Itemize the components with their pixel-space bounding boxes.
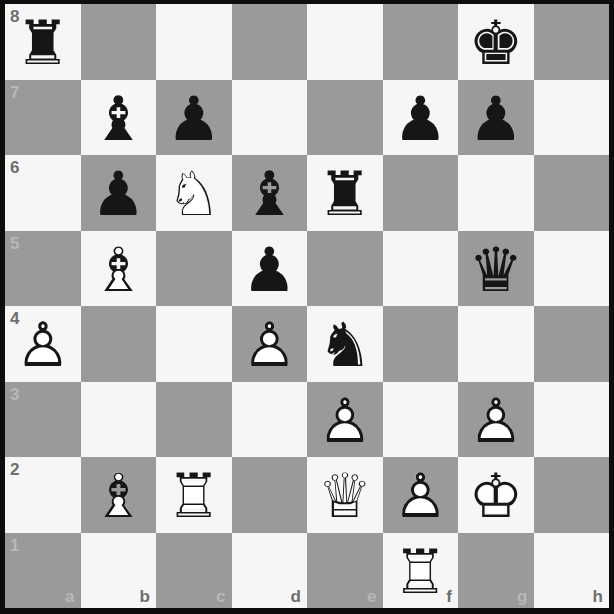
square-f6[interactable] (383, 155, 459, 231)
white-knight-c6[interactable]: ♞♘ (156, 155, 232, 231)
white-rook-outline-glyph: ♖ (156, 457, 232, 533)
rank-label-2: 2 (10, 461, 19, 478)
white-rook-outline-glyph: ♖ (383, 533, 459, 609)
square-a6[interactable]: 6 (5, 155, 81, 231)
square-c4[interactable] (156, 306, 232, 382)
square-g6[interactable] (458, 155, 534, 231)
square-h4[interactable] (534, 306, 610, 382)
square-f5[interactable] (383, 231, 459, 307)
square-f7[interactable]: ♟ (383, 80, 459, 156)
square-b6[interactable]: ♟ (81, 155, 157, 231)
square-c6[interactable]: ♞♘ (156, 155, 232, 231)
chess-board: 8♜♚7♝♟♟♟6♟♞♘♝♜5♝♗♟♛4♟♙♟♙♞3♟♙♟♙2♝♗♜♖♛♕♟♙♚… (5, 4, 609, 608)
file-label-b: b (140, 588, 150, 605)
white-pawn-a4[interactable]: ♟♙ (5, 306, 81, 382)
square-e2[interactable]: ♛♕ (307, 457, 383, 533)
square-h2[interactable] (534, 457, 610, 533)
square-e5[interactable] (307, 231, 383, 307)
file-label-e: e (367, 588, 376, 605)
file-label-h: h (593, 588, 603, 605)
white-pawn-outline-glyph: ♙ (458, 382, 534, 458)
square-g5[interactable]: ♛ (458, 231, 534, 307)
square-g4[interactable] (458, 306, 534, 382)
square-d8[interactable] (232, 4, 308, 80)
black-rook-glyph: ♜ (307, 155, 383, 231)
rank-label-5: 5 (10, 235, 19, 252)
black-pawn-glyph: ♟ (81, 155, 157, 231)
square-e3[interactable]: ♟♙ (307, 382, 383, 458)
black-pawn-g7[interactable]: ♟ (458, 80, 534, 156)
square-h3[interactable] (534, 382, 610, 458)
black-pawn-d5[interactable]: ♟ (232, 231, 308, 307)
white-bishop-b2[interactable]: ♝♗ (81, 457, 157, 533)
square-d5[interactable]: ♟ (232, 231, 308, 307)
black-bishop-b7[interactable]: ♝ (81, 80, 157, 156)
square-a1[interactable]: 1a (5, 533, 81, 609)
square-c1[interactable]: c (156, 533, 232, 609)
white-pawn-outline-glyph: ♙ (5, 306, 81, 382)
square-b5[interactable]: ♝♗ (81, 231, 157, 307)
white-pawn-d4[interactable]: ♟♙ (232, 306, 308, 382)
white-bishop-outline-glyph: ♗ (81, 457, 157, 533)
white-king-outline-glyph: ♔ (458, 457, 534, 533)
square-f2[interactable]: ♟♙ (383, 457, 459, 533)
square-c5[interactable] (156, 231, 232, 307)
square-g1[interactable]: g (458, 533, 534, 609)
black-queen-g5[interactable]: ♛ (458, 231, 534, 307)
square-h8[interactable] (534, 4, 610, 80)
black-bishop-d6[interactable]: ♝ (232, 155, 308, 231)
square-a8[interactable]: 8♜ (5, 4, 81, 80)
square-c2[interactable]: ♜♖ (156, 457, 232, 533)
rank-label-3: 3 (10, 386, 19, 403)
square-g7[interactable]: ♟ (458, 80, 534, 156)
file-label-a: a (65, 588, 74, 605)
black-king-g8[interactable]: ♚ (458, 4, 534, 80)
black-knight-e4[interactable]: ♞ (307, 306, 383, 382)
square-b3[interactable] (81, 382, 157, 458)
black-rook-e6[interactable]: ♜ (307, 155, 383, 231)
black-pawn-f7[interactable]: ♟ (383, 80, 459, 156)
black-pawn-glyph: ♟ (156, 80, 232, 156)
black-pawn-glyph: ♟ (458, 80, 534, 156)
square-d3[interactable] (232, 382, 308, 458)
white-queen-outline-glyph: ♕ (307, 457, 383, 533)
square-h1[interactable]: h (534, 533, 610, 609)
square-c8[interactable] (156, 4, 232, 80)
square-a5[interactable]: 5 (5, 231, 81, 307)
white-pawn-outline-glyph: ♙ (307, 382, 383, 458)
black-pawn-c7[interactable]: ♟ (156, 80, 232, 156)
black-king-glyph: ♚ (458, 4, 534, 80)
square-h6[interactable] (534, 155, 610, 231)
square-e6[interactable]: ♜ (307, 155, 383, 231)
square-f3[interactable] (383, 382, 459, 458)
square-d7[interactable] (232, 80, 308, 156)
white-king-g2[interactable]: ♚♔ (458, 457, 534, 533)
white-queen-e2[interactable]: ♛♕ (307, 457, 383, 533)
square-f8[interactable] (383, 4, 459, 80)
square-a4[interactable]: 4♟♙ (5, 306, 81, 382)
square-c3[interactable] (156, 382, 232, 458)
white-pawn-outline-glyph: ♙ (232, 306, 308, 382)
square-e7[interactable] (307, 80, 383, 156)
rank-label-7: 7 (10, 84, 19, 101)
white-pawn-e3[interactable]: ♟♙ (307, 382, 383, 458)
white-knight-outline-glyph: ♘ (156, 155, 232, 231)
black-knight-glyph: ♞ (307, 306, 383, 382)
square-b8[interactable] (81, 4, 157, 80)
black-pawn-glyph: ♟ (232, 231, 308, 307)
square-b4[interactable] (81, 306, 157, 382)
white-rook-c2[interactable]: ♜♖ (156, 457, 232, 533)
white-bishop-outline-glyph: ♗ (81, 231, 157, 307)
file-label-c: c (216, 588, 225, 605)
square-e1[interactable]: e (307, 533, 383, 609)
square-b7[interactable]: ♝ (81, 80, 157, 156)
square-a2[interactable]: 2 (5, 457, 81, 533)
square-d2[interactable] (232, 457, 308, 533)
square-a3[interactable]: 3 (5, 382, 81, 458)
white-bishop-b5[interactable]: ♝♗ (81, 231, 157, 307)
square-a7[interactable]: 7 (5, 80, 81, 156)
square-d4[interactable]: ♟♙ (232, 306, 308, 382)
black-bishop-glyph: ♝ (81, 80, 157, 156)
square-h5[interactable] (534, 231, 610, 307)
white-rook-f1[interactable]: ♜♖ (383, 533, 459, 609)
square-d1[interactable]: d (232, 533, 308, 609)
white-pawn-g3[interactable]: ♟♙ (458, 382, 534, 458)
square-e4[interactable]: ♞ (307, 306, 383, 382)
square-g8[interactable]: ♚ (458, 4, 534, 80)
square-g2[interactable]: ♚♔ (458, 457, 534, 533)
square-c7[interactable]: ♟ (156, 80, 232, 156)
rank-label-1: 1 (10, 537, 19, 554)
black-pawn-glyph: ♟ (383, 80, 459, 156)
rank-label-6: 6 (10, 159, 19, 176)
white-pawn-outline-glyph: ♙ (383, 457, 459, 533)
square-b2[interactable]: ♝♗ (81, 457, 157, 533)
black-rook-a8[interactable]: ♜ (5, 4, 81, 80)
black-rook-glyph: ♜ (5, 4, 81, 80)
black-queen-glyph: ♛ (458, 231, 534, 307)
square-g3[interactable]: ♟♙ (458, 382, 534, 458)
square-f1[interactable]: f♜♖ (383, 533, 459, 609)
square-f4[interactable] (383, 306, 459, 382)
chessboard-screenshot: 8♜♚7♝♟♟♟6♟♞♘♝♜5♝♗♟♛4♟♙♟♙♞3♟♙♟♙2♝♗♜♖♛♕♟♙♚… (0, 0, 614, 614)
file-label-d: d (291, 588, 301, 605)
square-b1[interactable]: b (81, 533, 157, 609)
black-pawn-b6[interactable]: ♟ (81, 155, 157, 231)
square-d6[interactable]: ♝ (232, 155, 308, 231)
square-e8[interactable] (307, 4, 383, 80)
white-pawn-f2[interactable]: ♟♙ (383, 457, 459, 533)
black-bishop-glyph: ♝ (232, 155, 308, 231)
file-label-g: g (517, 588, 527, 605)
square-h7[interactable] (534, 80, 610, 156)
